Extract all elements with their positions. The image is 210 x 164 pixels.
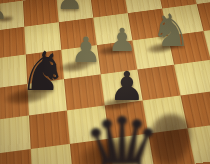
- piece-layer: ♟♟♟♞♟♞♟♛: [0, 0, 210, 164]
- white-knight: ♞: [151, 8, 191, 53]
- chessboard-photo: ♟♟♟♞♟♞♟♛: [0, 0, 210, 164]
- black-knight: ♞: [19, 45, 67, 99]
- white-pawn-partial-top-edge: ♟: [57, 0, 84, 14]
- white-pawn: ♟: [108, 24, 137, 56]
- white-pawn-partial-left-edge: ♟: [0, 0, 8, 23]
- white-pawn-2: ♟: [70, 33, 101, 68]
- black-queen-foreground: ♛: [81, 106, 163, 164]
